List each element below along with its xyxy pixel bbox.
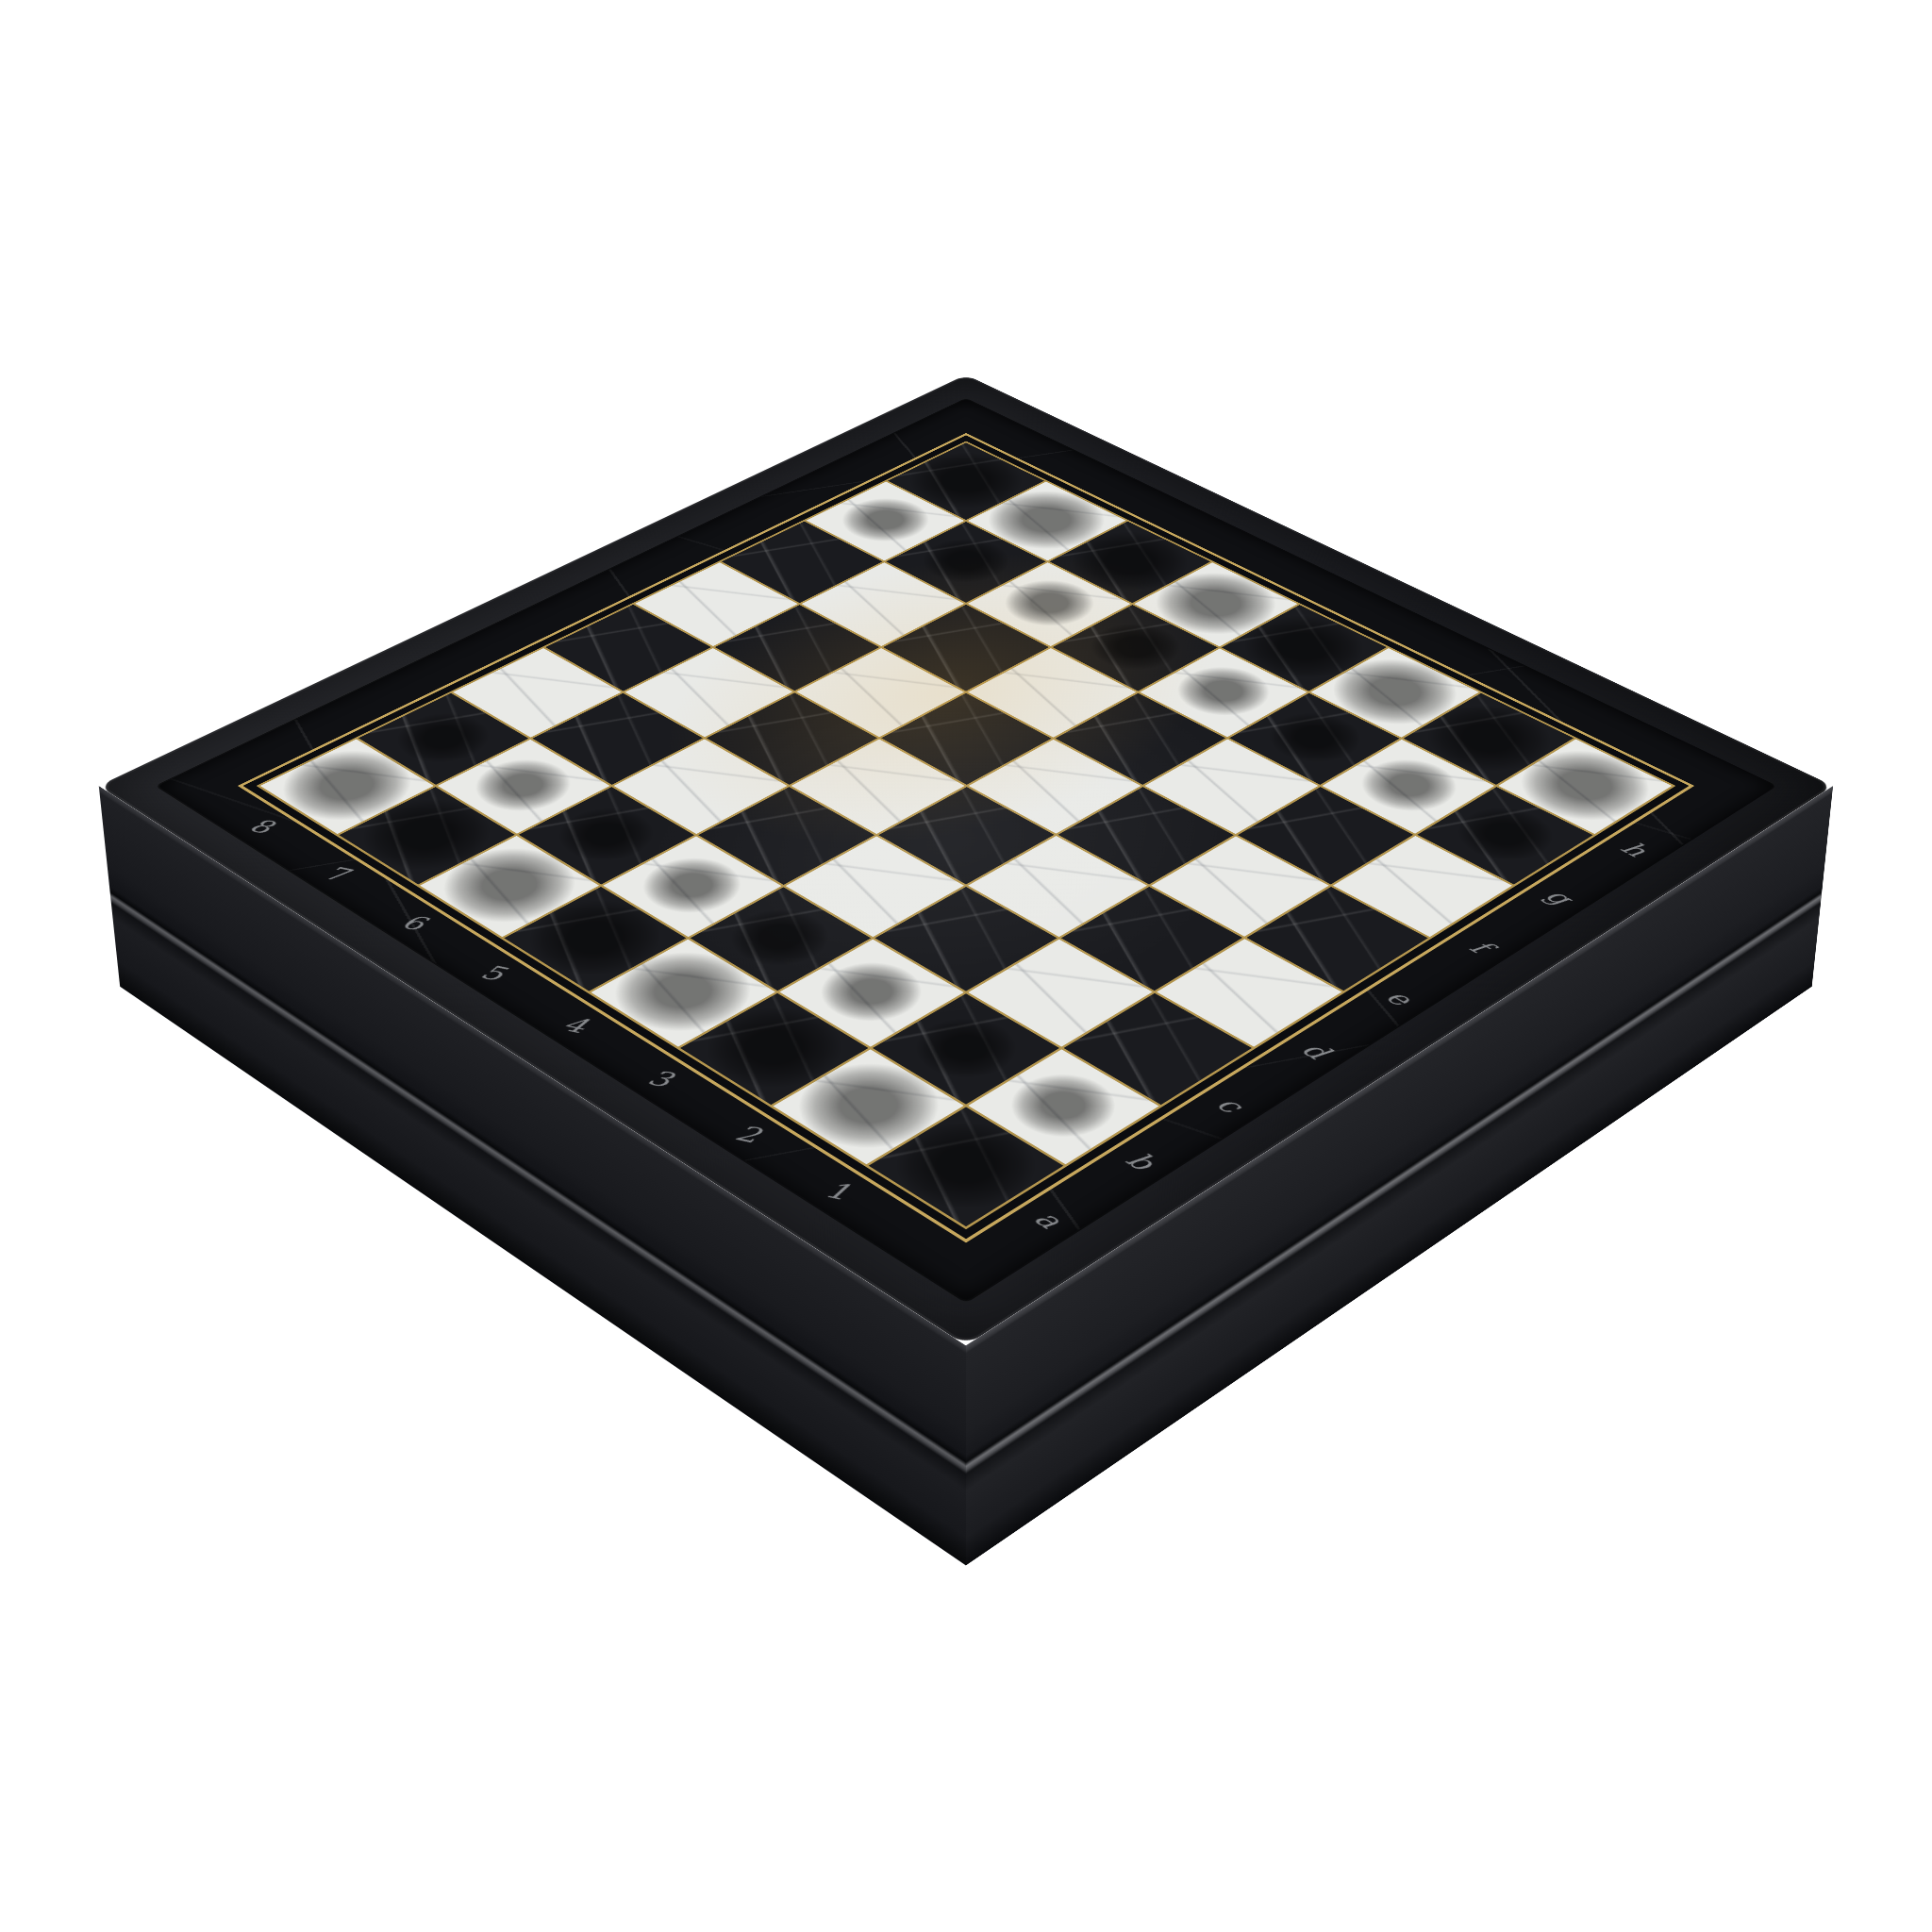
file-label-g: g: [1499, 864, 1620, 931]
chess-case: 12345678 abcdefgh ♜♟♟♜♞♟♟♞♝♟♟♝♛♟♟♛♚♟♟♚♝♟…: [99, 375, 1833, 1345]
piece-glyph: ♟: [1349, 595, 1661, 833]
product-photo-scene: 12345678 abcdefgh ♜♟♟♜♞♟♟♞♝♟♟♝♛♟♟♛♚♟♟♚♝♟…: [0, 0, 1932, 1932]
file-label-f: f: [1420, 912, 1541, 981]
file-label-d: d: [1255, 1014, 1378, 1088]
piece-glyph: ♜: [793, 840, 1139, 1164]
file-label-e: e: [1339, 962, 1461, 1034]
rank-label-3: 3: [614, 1038, 705, 1120]
square-e1[interactable]: [1246, 887, 1427, 991]
